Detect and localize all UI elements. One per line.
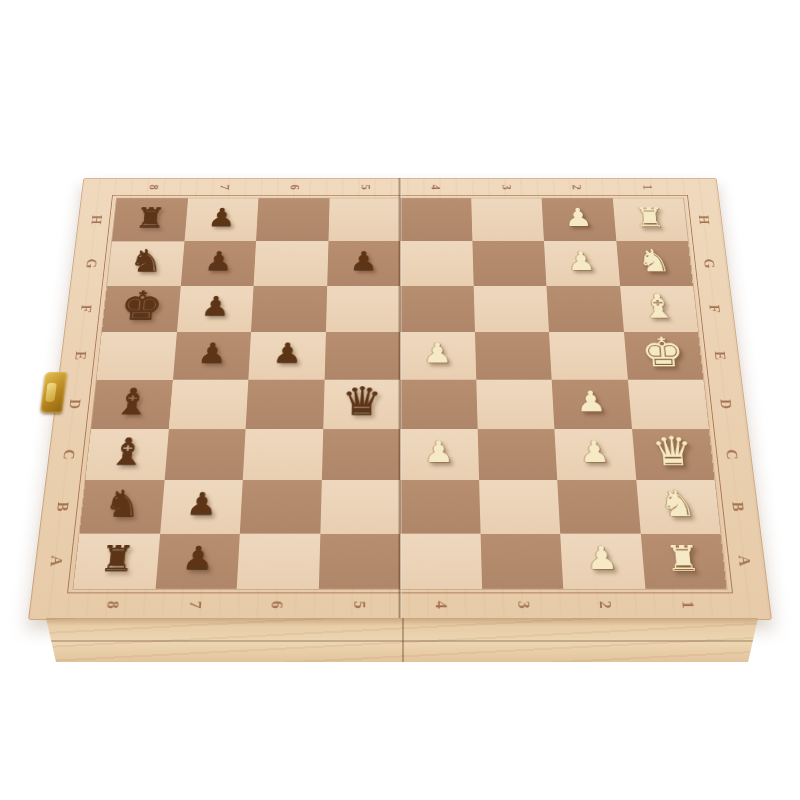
piece-dark-queen-d5: ♛	[341, 382, 382, 421]
square-a3	[480, 534, 563, 589]
square-a7: ♟	[155, 534, 240, 589]
square-c2: ♟	[554, 429, 635, 480]
square-h4	[400, 198, 472, 241]
square-f7: ♟	[177, 286, 254, 332]
product-photo-scene: ♜♟♟♜♞♟♟♟♞♚♟♝♟♟♟♚♝♛♟♝♟♟♛♞♟♞♜♟♟♜ HGFEDCBA …	[0, 0, 800, 800]
square-c8: ♝	[86, 429, 169, 480]
square-e3	[474, 332, 551, 380]
square-g7: ♟	[180, 241, 256, 286]
square-a6	[237, 534, 320, 589]
square-e2	[549, 332, 627, 380]
piece-dark-knight-b8: ♞	[102, 486, 143, 523]
piece-white-pawn-d2: ♟	[575, 388, 607, 417]
piece-dark-rook-h8: ♜	[133, 204, 167, 232]
piece-dark-pawn-b7: ♟	[185, 489, 218, 520]
square-g8: ♞	[107, 241, 184, 286]
square-e7: ♟	[173, 332, 251, 380]
square-h2: ♟	[542, 198, 616, 241]
square-c3	[477, 429, 557, 480]
square-f1: ♝	[620, 286, 698, 332]
piece-dark-pawn-e6: ♟	[272, 340, 303, 368]
square-b3	[479, 480, 561, 533]
chess-board: ♜♟♟♜♞♟♟♟♞♚♟♝♟♟♟♚♝♛♟♝♟♟♛♞♟♞♜♟♟♜ HGFEDCBA …	[28, 178, 772, 620]
square-b2	[557, 480, 640, 533]
box-side-face	[46, 618, 758, 662]
piece-white-pawn-a2: ♟	[585, 542, 619, 574]
piece-white-queen-c1: ♛	[650, 431, 695, 471]
piece-dark-pawn-h7: ♟	[207, 205, 237, 230]
square-h1: ♜	[612, 198, 688, 241]
box-side-split	[402, 618, 404, 662]
piece-white-king-e1: ♚	[639, 332, 686, 373]
square-g2: ♟	[544, 241, 620, 286]
square-g1: ♞	[616, 241, 693, 286]
square-a2: ♟	[560, 534, 645, 589]
piece-dark-knight-g8: ♞	[128, 246, 165, 277]
piece-white-knight-b1: ♞	[657, 486, 698, 523]
square-b5	[320, 480, 400, 533]
piece-white-pawn-h2: ♟	[564, 205, 594, 230]
square-a4	[400, 534, 482, 589]
square-f2	[546, 286, 623, 332]
piece-dark-pawn-e7: ♟	[197, 340, 228, 368]
square-c5	[321, 429, 400, 480]
piece-white-knight-g1: ♞	[636, 246, 673, 277]
square-c7	[164, 429, 245, 480]
square-b6	[240, 480, 322, 533]
square-d4	[400, 380, 477, 429]
square-f3	[473, 286, 549, 332]
square-d3	[476, 380, 555, 429]
square-h7: ♟	[184, 198, 258, 241]
square-b8: ♞	[80, 480, 165, 533]
piece-white-pawn-e4: ♟	[423, 340, 453, 368]
square-f5	[326, 286, 400, 332]
piece-white-pawn-c4: ♟	[424, 437, 455, 467]
piece-white-pawn-c2: ♟	[578, 437, 611, 467]
square-b1: ♞	[636, 480, 721, 533]
square-e5	[324, 332, 400, 380]
piece-dark-pawn-g7: ♟	[203, 249, 233, 275]
piece-dark-king-f8: ♚	[118, 286, 164, 325]
square-c1: ♛	[632, 429, 715, 480]
square-h3	[471, 198, 544, 241]
square-e4: ♟	[400, 332, 476, 380]
square-d6	[246, 380, 325, 429]
square-f6	[251, 286, 327, 332]
square-h6	[256, 198, 329, 241]
square-g3	[472, 241, 546, 286]
piece-dark-rook-a8: ♜	[98, 540, 137, 576]
square-f4	[400, 286, 474, 332]
square-e6: ♟	[248, 332, 325, 380]
square-b4	[400, 480, 480, 533]
square-d7	[168, 380, 248, 429]
square-c6	[243, 429, 323, 480]
square-a5	[318, 534, 400, 589]
piece-dark-bishop-d8: ♝	[112, 384, 153, 420]
piece-dark-pawn-g5: ♟	[349, 249, 378, 275]
square-g6	[254, 241, 328, 286]
square-d2: ♟	[552, 380, 632, 429]
square-d1	[627, 380, 708, 429]
piece-dark-pawn-a7: ♟	[181, 542, 215, 574]
square-h5	[328, 198, 400, 241]
square-b7: ♟	[160, 480, 243, 533]
square-d8: ♝	[91, 380, 172, 429]
square-e1: ♚	[623, 332, 703, 380]
square-f8: ♚	[102, 286, 180, 332]
piece-dark-bishop-c8: ♝	[107, 433, 149, 470]
square-c4: ♟	[400, 429, 479, 480]
board-top-face: ♜♟♟♜♞♟♟♟♞♚♟♝♟♟♟♚♝♛♟♝♟♟♛♞♟♞♜♟♟♜ HGFEDCBA …	[28, 178, 772, 620]
piece-white-bishop-f1: ♝	[639, 289, 678, 322]
square-e8	[97, 332, 177, 380]
piece-white-rook-h1: ♜	[633, 204, 667, 232]
square-a8: ♜	[73, 534, 159, 589]
square-a1: ♜	[640, 534, 726, 589]
fold-seam	[398, 178, 402, 620]
square-g4	[400, 241, 473, 286]
piece-dark-pawn-f7: ♟	[200, 293, 231, 320]
square-h8: ♜	[112, 198, 188, 241]
square-g5: ♟	[327, 241, 400, 286]
square-d5: ♛	[323, 380, 400, 429]
piece-white-rook-a1: ♜	[664, 540, 703, 576]
piece-white-pawn-g2: ♟	[566, 249, 596, 275]
